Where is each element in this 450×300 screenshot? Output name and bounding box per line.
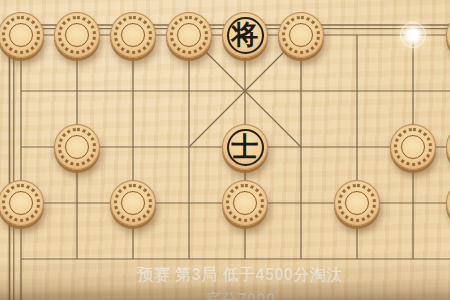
hidden-piece[interactable] <box>446 180 450 226</box>
hidden-piece[interactable] <box>390 124 436 170</box>
tournament-info-text: 预赛 第3局 低于4500分淘汰 <box>15 265 450 286</box>
hidden-piece[interactable] <box>278 12 324 58</box>
piece-black-advisor[interactable]: 士 <box>222 124 268 170</box>
hidden-piece[interactable] <box>0 12 44 58</box>
hidden-piece[interactable] <box>446 124 450 170</box>
hidden-piece[interactable] <box>334 180 380 226</box>
base-score-text: 底分7000 <box>15 290 450 300</box>
last-move-sparkle <box>393 15 433 55</box>
board-grid[interactable]: 将士 <box>0 7 450 287</box>
piece-black-general[interactable]: 将 <box>222 12 268 58</box>
hidden-piece[interactable] <box>54 124 100 170</box>
hidden-piece[interactable] <box>446 12 450 58</box>
hidden-piece[interactable] <box>222 180 268 226</box>
piece-glyph: 将 <box>223 13 267 57</box>
hidden-piece[interactable] <box>110 12 156 58</box>
hidden-piece[interactable] <box>166 12 212 58</box>
piece-glyph: 士 <box>223 125 267 169</box>
game-screen: 将士 预赛 第3局 低于4500分淘汰 底分7000 <box>0 0 450 300</box>
hidden-piece[interactable] <box>110 180 156 226</box>
hidden-piece[interactable] <box>0 180 44 226</box>
hidden-piece[interactable] <box>54 12 100 58</box>
